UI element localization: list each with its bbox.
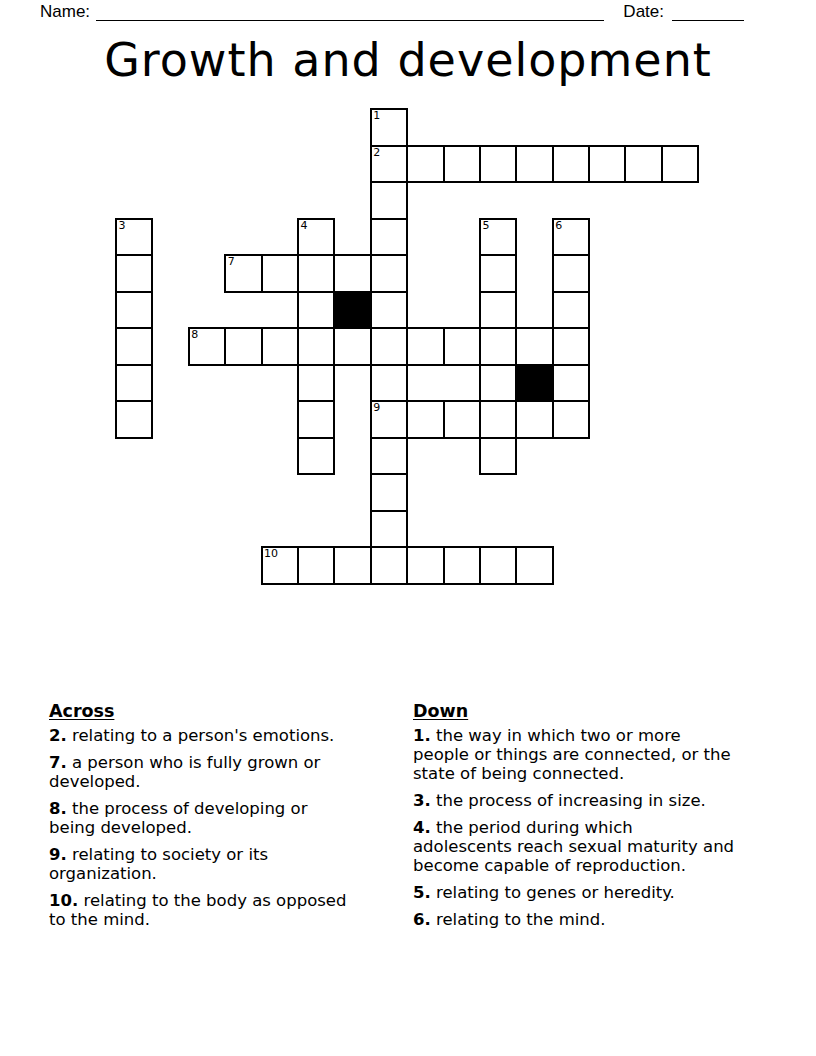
clue-number: 7. <box>49 753 67 772</box>
grid-cell[interactable] <box>516 401 552 438</box>
grid-cell[interactable] <box>371 292 407 329</box>
grid-cell[interactable] <box>334 547 370 584</box>
clue-text: relating to genes or heredity. <box>431 883 675 902</box>
grid-cell[interactable] <box>298 438 334 475</box>
clue-item-across-2: 2. relating to a person's emotions. <box>49 726 401 745</box>
grid-cell[interactable]: 8 <box>189 328 225 365</box>
grid-cell[interactable] <box>480 438 516 475</box>
across-heading: Across <box>49 701 401 721</box>
black-cell <box>334 292 370 329</box>
clue-item-down-3: 3. the process of increasing in size. <box>413 791 781 810</box>
grid-cell[interactable] <box>407 146 443 183</box>
grid-cell[interactable] <box>262 255 298 292</box>
grid-cell[interactable] <box>116 365 152 402</box>
grid-cell[interactable] <box>116 255 152 292</box>
clue-text: relating to a person's emotions. <box>67 726 335 745</box>
grid-cell[interactable] <box>116 292 152 329</box>
grid-cell[interactable] <box>444 401 480 438</box>
grid-cell[interactable] <box>444 328 480 365</box>
clue-item-down-6: 6. relating to the mind. <box>413 910 781 929</box>
grid-cell[interactable]: 7 <box>225 255 261 292</box>
grid-cell[interactable] <box>262 328 298 365</box>
grid-cell[interactable] <box>371 255 407 292</box>
grid-cell[interactable] <box>371 547 407 584</box>
cell-number: 6 <box>555 220 562 231</box>
clue-text: relating to society or its organization. <box>49 845 268 883</box>
clue-item-across-10: 10. relating to the body as opposed to t… <box>49 891 401 929</box>
cell-number: 3 <box>119 220 126 231</box>
grid-cell[interactable]: 3 <box>116 219 152 256</box>
clue-number: 5. <box>413 883 431 902</box>
cell-number: 1 <box>373 110 380 121</box>
clue-item-down-1: 1. the way in which two or more people o… <box>413 726 781 783</box>
grid-cell[interactable] <box>298 365 334 402</box>
name-label: Name: <box>40 3 90 21</box>
cell-number: 5 <box>482 220 489 231</box>
grid-cell[interactable] <box>480 328 516 365</box>
grid-cell[interactable] <box>480 146 516 183</box>
cell-number: 10 <box>264 548 278 559</box>
grid-cell[interactable] <box>371 219 407 256</box>
grid-cell[interactable]: 6 <box>553 219 589 256</box>
grid-cell[interactable] <box>116 328 152 365</box>
puzzle-title: Growth and development <box>0 33 816 87</box>
grid-cell[interactable] <box>553 292 589 329</box>
clue-text: the way in which two or more people or t… <box>413 726 731 783</box>
down-heading: Down <box>413 701 781 721</box>
grid-cell[interactable] <box>516 547 552 584</box>
grid-cell[interactable] <box>480 255 516 292</box>
grid-cell[interactable] <box>553 255 589 292</box>
grid-cell[interactable]: 4 <box>298 219 334 256</box>
clue-text: the process of developing or being devel… <box>49 799 307 837</box>
clue-number: 2. <box>49 726 67 745</box>
grid-cell[interactable]: 2 <box>371 146 407 183</box>
grid-cell[interactable] <box>334 255 370 292</box>
grid-cell[interactable] <box>334 328 370 365</box>
clue-item-down-5: 5. relating to genes or heredity. <box>413 883 781 902</box>
clue-item-across-7: 7. a person who is fully grown or develo… <box>49 753 401 791</box>
grid-cell[interactable] <box>407 328 443 365</box>
grid-cell[interactable] <box>444 146 480 183</box>
name-date-row: Name: Date: <box>40 3 744 21</box>
cell-number: 7 <box>228 256 235 267</box>
grid-cell[interactable] <box>298 547 334 584</box>
grid-cell[interactable] <box>625 146 661 183</box>
cell-number: 8 <box>191 329 198 340</box>
grid-cell[interactable] <box>298 255 334 292</box>
down-clue-list: 1. the way in which two or more people o… <box>413 726 781 929</box>
down-clues-section: Down 1. the way in which two or more peo… <box>413 701 781 937</box>
grid-cell[interactable] <box>371 328 407 365</box>
clue-number: 10. <box>49 891 78 910</box>
grid-cell[interactable] <box>553 328 589 365</box>
grid-cell[interactable]: 1 <box>371 109 407 146</box>
clue-item-across-9: 9. relating to society or its organizati… <box>49 845 401 883</box>
grid-cell[interactable] <box>116 401 152 438</box>
date-label: Date: <box>623 3 664 21</box>
clue-number: 8. <box>49 799 67 818</box>
grid-cell[interactable] <box>371 182 407 219</box>
grid-cell[interactable] <box>553 146 589 183</box>
grid-cell[interactable] <box>480 547 516 584</box>
grid-cell[interactable] <box>480 292 516 329</box>
grid-cell[interactable] <box>662 146 698 183</box>
clue-item-down-4: 4. the period during which adolescents r… <box>413 818 781 875</box>
clue-number: 1. <box>413 726 431 745</box>
grid-cell[interactable] <box>371 365 407 402</box>
black-cell <box>516 365 552 402</box>
grid-cell[interactable] <box>480 401 516 438</box>
crossword-grid: 12345678910 <box>116 109 698 584</box>
clue-text: the period during which adolescents reac… <box>413 818 734 875</box>
grid-cell[interactable] <box>407 547 443 584</box>
clue-text: the process of increasing in size. <box>431 791 706 810</box>
grid-cell[interactable]: 10 <box>262 547 298 584</box>
clue-number: 9. <box>49 845 67 864</box>
grid-cell[interactable] <box>589 146 625 183</box>
grid-cell[interactable] <box>553 401 589 438</box>
clue-number: 3. <box>413 791 431 810</box>
grid-cell[interactable] <box>553 365 589 402</box>
clue-text: relating to the body as opposed to the m… <box>49 891 346 929</box>
grid-cell[interactable] <box>371 511 407 548</box>
date-line[interactable] <box>672 6 744 21</box>
cell-number: 2 <box>373 147 380 158</box>
name-line[interactable] <box>96 6 604 21</box>
grid-cell[interactable] <box>225 328 261 365</box>
cell-number: 9 <box>373 402 380 413</box>
across-clue-list: 2. relating to a person's emotions.7. a … <box>49 726 401 929</box>
grid-cell[interactable] <box>371 438 407 475</box>
grid-cell[interactable]: 5 <box>480 219 516 256</box>
grid-cell[interactable] <box>516 328 552 365</box>
worksheet-page: Name: Date: Growth and development 12345… <box>0 0 816 1056</box>
grid-cell[interactable] <box>298 292 334 329</box>
clue-number: 6. <box>413 910 431 929</box>
grid-cell[interactable] <box>516 146 552 183</box>
cell-number: 4 <box>300 220 307 231</box>
grid-cell[interactable] <box>371 474 407 511</box>
grid-cell[interactable]: 9 <box>371 401 407 438</box>
grid-cell[interactable] <box>480 365 516 402</box>
clue-text: relating to the mind. <box>431 910 606 929</box>
grid-cell[interactable] <box>298 401 334 438</box>
clue-text: a person who is fully grown or developed… <box>49 753 320 791</box>
grid-cell[interactable] <box>444 547 480 584</box>
across-clues-section: Across 2. relating to a person's emotion… <box>49 701 401 937</box>
grid-cell[interactable] <box>407 401 443 438</box>
grid-cell[interactable] <box>298 328 334 365</box>
clue-number: 4. <box>413 818 431 837</box>
clue-item-across-8: 8. the process of developing or being de… <box>49 799 401 837</box>
